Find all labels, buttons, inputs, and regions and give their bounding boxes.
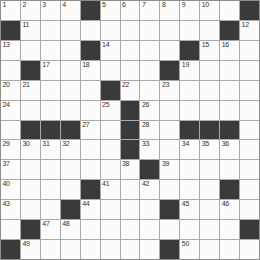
- black-cell: [220, 121, 239, 140]
- clue-number: 39: [162, 160, 169, 168]
- white-cell[interactable]: 13: [1, 41, 20, 60]
- white-cell[interactable]: [101, 121, 120, 140]
- white-cell[interactable]: 25: [101, 101, 120, 120]
- white-cell[interactable]: 7: [140, 1, 159, 20]
- white-cell[interactable]: [240, 240, 259, 259]
- black-cell: [41, 121, 60, 140]
- white-cell[interactable]: [200, 81, 219, 100]
- black-cell: [1, 21, 20, 40]
- white-cell[interactable]: [81, 240, 100, 259]
- white-cell[interactable]: 16: [220, 41, 239, 60]
- white-cell[interactable]: [41, 81, 60, 100]
- white-cell[interactable]: 17: [41, 61, 60, 80]
- white-cell[interactable]: 35: [200, 140, 219, 159]
- black-cell: [81, 1, 100, 20]
- clue-number: 40: [3, 180, 10, 188]
- white-cell[interactable]: [160, 220, 179, 239]
- clue-number: 2: [22, 1, 26, 9]
- clue-number: 47: [42, 220, 49, 228]
- white-cell[interactable]: [200, 200, 219, 219]
- black-cell: [21, 121, 40, 140]
- white-cell[interactable]: [81, 101, 100, 120]
- black-cell: [180, 121, 199, 140]
- clue-number: 27: [82, 121, 89, 129]
- clue-number: 21: [22, 81, 29, 89]
- white-cell[interactable]: [240, 41, 259, 60]
- white-cell[interactable]: 43: [1, 200, 20, 219]
- white-cell[interactable]: [240, 121, 259, 140]
- white-cell[interactable]: [240, 200, 259, 219]
- clue-number: 15: [202, 41, 209, 49]
- clue-number: 22: [122, 81, 129, 89]
- black-cell: [160, 200, 179, 219]
- white-cell[interactable]: 2: [21, 1, 40, 20]
- white-cell[interactable]: [121, 200, 140, 219]
- white-cell[interactable]: [81, 140, 100, 159]
- white-cell[interactable]: [140, 200, 159, 219]
- black-cell: [160, 61, 179, 80]
- clue-number: 13: [3, 41, 10, 49]
- white-cell[interactable]: 3: [41, 1, 60, 20]
- white-cell[interactable]: [180, 101, 199, 120]
- clue-number: 9: [182, 1, 186, 9]
- white-cell[interactable]: [200, 21, 219, 40]
- white-cell[interactable]: 15: [200, 41, 219, 60]
- white-cell[interactable]: [240, 81, 259, 100]
- clue-number: 41: [102, 180, 109, 188]
- clue-number: 45: [182, 200, 189, 208]
- white-cell[interactable]: [121, 220, 140, 239]
- white-cell[interactable]: [101, 21, 120, 40]
- clue-number: 7: [142, 1, 146, 9]
- white-cell[interactable]: [21, 200, 40, 219]
- white-cell[interactable]: 26: [140, 101, 159, 120]
- black-cell: [140, 160, 159, 179]
- clue-number: 24: [3, 101, 10, 109]
- black-cell: [1, 240, 20, 259]
- clue-number: 44: [82, 200, 89, 208]
- white-cell[interactable]: [140, 21, 159, 40]
- white-cell[interactable]: 48: [61, 220, 80, 239]
- white-cell[interactable]: [200, 101, 219, 120]
- white-cell[interactable]: 50: [180, 240, 199, 259]
- white-cell[interactable]: [200, 180, 219, 199]
- white-cell[interactable]: 37: [1, 160, 20, 179]
- white-cell[interactable]: [81, 81, 100, 100]
- clue-number: 35: [202, 140, 209, 148]
- white-cell[interactable]: [101, 61, 120, 80]
- clue-number: 8: [162, 1, 166, 9]
- white-cell[interactable]: [220, 101, 239, 120]
- black-cell: [160, 240, 179, 259]
- white-cell[interactable]: [121, 41, 140, 60]
- white-cell[interactable]: [121, 61, 140, 80]
- white-cell[interactable]: [41, 101, 60, 120]
- clue-number: 26: [142, 101, 149, 109]
- white-cell[interactable]: 33: [140, 140, 159, 159]
- white-cell[interactable]: [140, 61, 159, 80]
- white-cell[interactable]: [61, 21, 80, 40]
- black-cell: [61, 121, 80, 140]
- white-cell[interactable]: 9: [180, 1, 199, 20]
- clue-number: 16: [222, 41, 229, 49]
- black-cell: [121, 121, 140, 140]
- clue-number: 42: [142, 180, 149, 188]
- white-cell[interactable]: 1: [1, 1, 20, 20]
- white-cell[interactable]: 44: [81, 200, 100, 219]
- black-cell: [81, 41, 100, 60]
- white-cell[interactable]: 4: [61, 1, 80, 20]
- black-cell: [121, 101, 140, 120]
- white-cell[interactable]: [140, 240, 159, 259]
- white-cell[interactable]: [101, 160, 120, 179]
- clue-number: 31: [42, 140, 49, 148]
- white-cell[interactable]: [160, 101, 179, 120]
- clue-number: 46: [222, 200, 229, 208]
- white-cell[interactable]: 40: [1, 180, 20, 199]
- white-cell[interactable]: [180, 220, 199, 239]
- white-cell[interactable]: [101, 140, 120, 159]
- white-cell[interactable]: [61, 41, 80, 60]
- white-cell[interactable]: 38: [121, 160, 140, 179]
- clue-number: 28: [142, 121, 149, 129]
- white-cell[interactable]: [101, 240, 120, 259]
- black-cell: [81, 180, 100, 199]
- white-cell[interactable]: [180, 21, 199, 40]
- white-cell[interactable]: 20: [1, 81, 20, 100]
- white-cell[interactable]: 29: [1, 140, 20, 159]
- black-cell: [121, 140, 140, 159]
- white-cell[interactable]: [220, 240, 239, 259]
- black-cell: [240, 1, 259, 20]
- clue-number: 18: [82, 61, 89, 69]
- white-cell[interactable]: [140, 81, 159, 100]
- white-cell[interactable]: [180, 180, 199, 199]
- white-cell[interactable]: [220, 1, 239, 20]
- white-cell[interactable]: 5: [101, 1, 120, 20]
- white-cell[interactable]: [180, 81, 199, 100]
- black-cell: [61, 200, 80, 219]
- clue-number: 30: [22, 140, 29, 148]
- white-cell[interactable]: [160, 140, 179, 159]
- black-cell: [220, 180, 239, 199]
- white-cell[interactable]: [41, 21, 60, 40]
- white-cell[interactable]: [140, 220, 159, 239]
- white-cell[interactable]: [160, 21, 179, 40]
- black-cell: [200, 121, 219, 140]
- white-cell[interactable]: [21, 180, 40, 199]
- black-cell: [21, 220, 40, 239]
- white-cell[interactable]: 8: [160, 1, 179, 20]
- white-cell[interactable]: 6: [121, 1, 140, 20]
- white-cell[interactable]: 32: [61, 140, 80, 159]
- clue-number: 43: [3, 200, 10, 208]
- white-cell[interactable]: [81, 21, 100, 40]
- white-cell[interactable]: [160, 121, 179, 140]
- white-cell[interactable]: [121, 180, 140, 199]
- white-cell[interactable]: [220, 160, 239, 179]
- clue-number: 29: [3, 140, 10, 148]
- black-cell: [180, 41, 199, 60]
- black-cell: [220, 21, 239, 40]
- white-cell[interactable]: [21, 101, 40, 120]
- white-cell[interactable]: [41, 240, 60, 259]
- clue-number: 19: [182, 61, 189, 69]
- black-cell: [101, 81, 120, 100]
- black-cell: [240, 220, 259, 239]
- white-cell[interactable]: [240, 180, 259, 199]
- white-cell[interactable]: [21, 160, 40, 179]
- clue-number: 6: [122, 1, 126, 9]
- white-cell[interactable]: [61, 101, 80, 120]
- white-cell[interactable]: 34: [180, 140, 199, 159]
- white-cell[interactable]: [240, 140, 259, 159]
- clue-number: 5: [102, 1, 106, 9]
- white-cell[interactable]: [180, 160, 199, 179]
- white-cell[interactable]: [81, 220, 100, 239]
- white-cell[interactable]: 36: [220, 140, 239, 159]
- white-cell[interactable]: [200, 240, 219, 259]
- white-cell[interactable]: [61, 180, 80, 199]
- white-cell[interactable]: 41: [101, 180, 120, 199]
- white-cell[interactable]: [41, 180, 60, 199]
- white-cell[interactable]: 22: [121, 81, 140, 100]
- white-cell[interactable]: [160, 41, 179, 60]
- white-cell[interactable]: [101, 200, 120, 219]
- white-cell[interactable]: [41, 160, 60, 179]
- white-cell[interactable]: 31: [41, 140, 60, 159]
- clue-number: 10: [202, 1, 209, 9]
- clue-number: 12: [242, 21, 249, 29]
- clue-number: 23: [162, 81, 169, 89]
- white-cell[interactable]: 47: [41, 220, 60, 239]
- white-cell[interactable]: [61, 81, 80, 100]
- white-cell[interactable]: 18: [81, 61, 100, 80]
- white-cell[interactable]: [41, 41, 60, 60]
- white-cell[interactable]: [61, 240, 80, 259]
- white-cell[interactable]: [41, 200, 60, 219]
- white-cell[interactable]: 27: [81, 121, 100, 140]
- white-cell[interactable]: 23: [160, 81, 179, 100]
- clue-number: 50: [182, 240, 189, 248]
- white-cell[interactable]: 10: [200, 1, 219, 20]
- white-cell[interactable]: [220, 81, 239, 100]
- white-cell[interactable]: [140, 41, 159, 60]
- white-cell[interactable]: [1, 61, 20, 80]
- white-cell[interactable]: 30: [21, 140, 40, 159]
- clue-number: 32: [62, 140, 69, 148]
- white-cell[interactable]: [61, 61, 80, 80]
- white-cell[interactable]: [200, 160, 219, 179]
- white-cell[interactable]: [200, 220, 219, 239]
- white-cell[interactable]: [1, 220, 20, 239]
- white-cell[interactable]: [240, 101, 259, 120]
- clue-number: 34: [182, 140, 189, 148]
- clue-number: 37: [3, 160, 10, 168]
- white-cell[interactable]: 46: [220, 200, 239, 219]
- clue-number: 20: [3, 81, 10, 89]
- white-cell[interactable]: [1, 121, 20, 140]
- white-cell[interactable]: [200, 61, 219, 80]
- white-cell[interactable]: [240, 160, 259, 179]
- clue-number: 17: [42, 61, 49, 69]
- clue-number: 48: [62, 220, 69, 228]
- white-cell[interactable]: 39: [160, 160, 179, 179]
- clue-number: 11: [22, 21, 29, 29]
- white-cell[interactable]: 21: [21, 81, 40, 100]
- black-cell: [21, 61, 40, 80]
- clue-number: 49: [22, 240, 29, 248]
- white-cell[interactable]: 28: [140, 121, 159, 140]
- white-cell[interactable]: [101, 220, 120, 239]
- white-cell[interactable]: 19: [180, 61, 199, 80]
- white-cell[interactable]: 24: [1, 101, 20, 120]
- crossword-grid: 1234567891011121314151617181920212223242…: [0, 0, 260, 260]
- white-cell[interactable]: 12: [240, 21, 259, 40]
- white-cell[interactable]: [81, 160, 100, 179]
- clue-number: 4: [62, 1, 66, 9]
- white-cell[interactable]: [160, 180, 179, 199]
- white-cell[interactable]: [121, 240, 140, 259]
- white-cell[interactable]: [240, 61, 259, 80]
- white-cell[interactable]: 45: [180, 200, 199, 219]
- white-cell[interactable]: [121, 21, 140, 40]
- white-cell[interactable]: [220, 220, 239, 239]
- white-cell[interactable]: 42: [140, 180, 159, 199]
- white-cell[interactable]: 14: [101, 41, 120, 60]
- clue-number: 3: [42, 1, 46, 9]
- clue-number: 1: [3, 1, 7, 9]
- clue-number: 25: [102, 101, 109, 109]
- clue-number: 36: [222, 140, 229, 148]
- white-cell[interactable]: [220, 61, 239, 80]
- white-cell[interactable]: [21, 41, 40, 60]
- clue-number: 38: [122, 160, 129, 168]
- clue-number: 14: [102, 41, 109, 49]
- clue-number: 33: [142, 140, 149, 148]
- white-cell[interactable]: 49: [21, 240, 40, 259]
- white-cell[interactable]: 11: [21, 21, 40, 40]
- white-cell[interactable]: [61, 160, 80, 179]
